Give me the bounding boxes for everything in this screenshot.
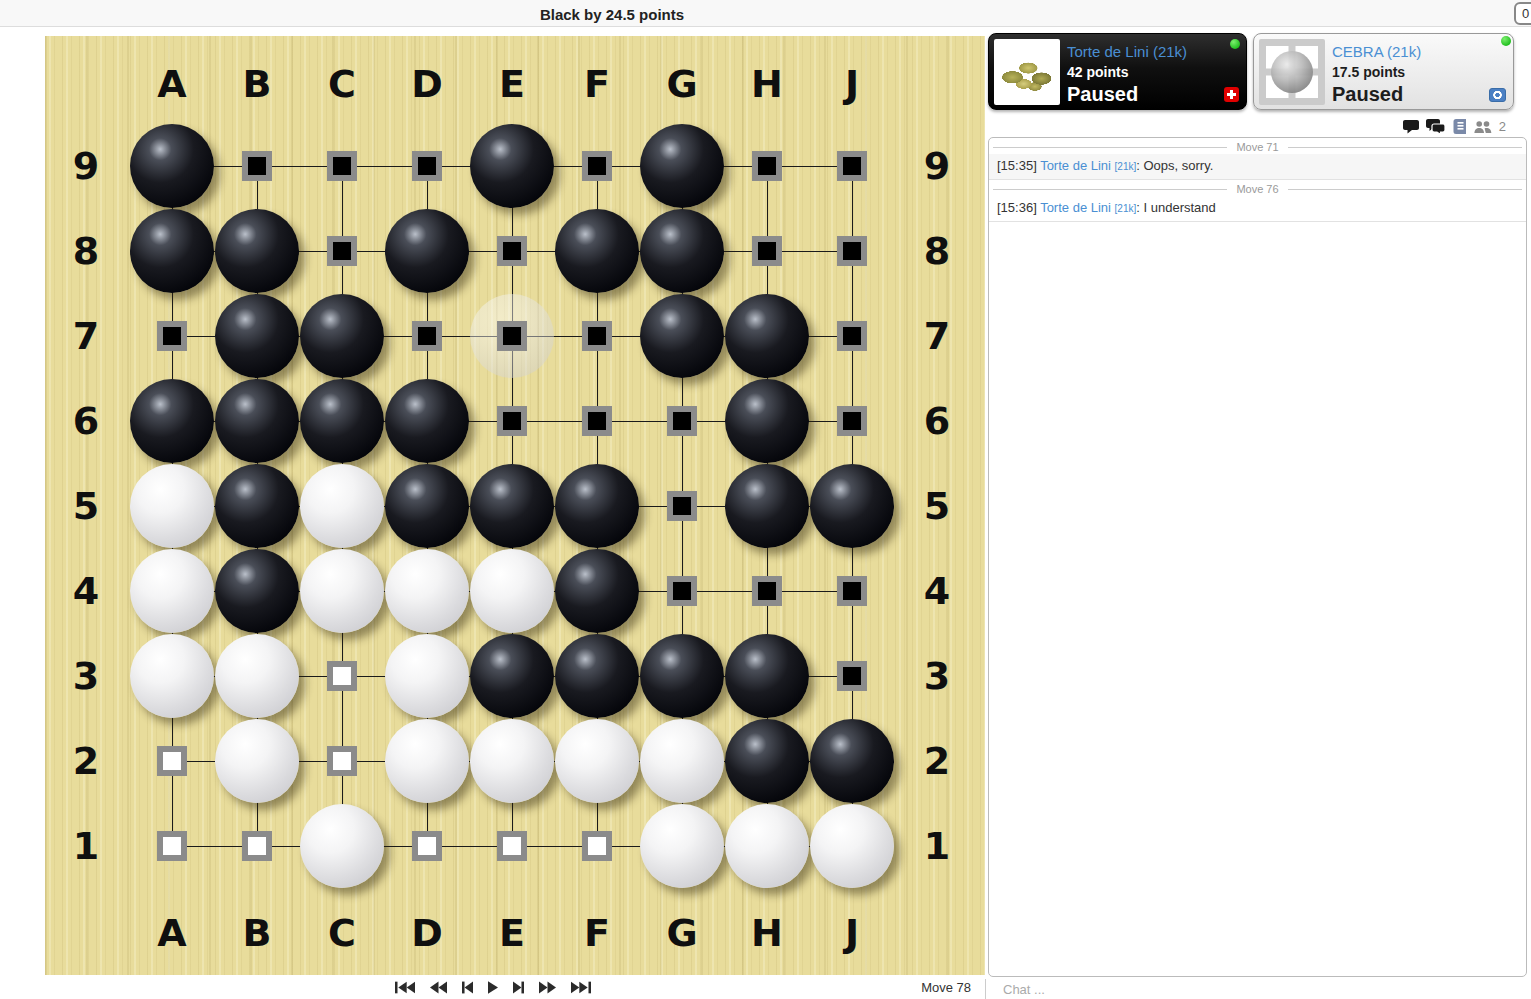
coord-label-bottom: C	[328, 911, 356, 955]
black-stone-G7	[640, 294, 724, 378]
black-territory-J6	[837, 406, 867, 436]
coord-label-top: E	[499, 62, 525, 106]
nav-prev-move-button[interactable]	[462, 981, 473, 994]
black-stone-D8	[385, 209, 469, 293]
go-stone-icon	[1271, 51, 1313, 93]
black-stone-D6	[385, 379, 469, 463]
coord-label-right: 5	[924, 484, 950, 528]
coord-label-bottom: H	[751, 911, 783, 955]
coord-label-left: 7	[73, 314, 99, 358]
right-panel: Torte de Lini (21k) 42 points Paused CEB…	[985, 28, 1531, 999]
un-flag-icon	[1489, 88, 1506, 102]
black-territory-B9	[242, 151, 272, 181]
coord-label-left: 3	[73, 654, 99, 698]
white-territory-A2	[157, 746, 187, 776]
black-stone-A9	[130, 124, 214, 208]
black-territory-F7	[582, 321, 612, 351]
malkovich-chat-icon[interactable]	[1426, 119, 1445, 134]
black-stone-B7	[215, 294, 299, 378]
coord-label-right: 6	[924, 399, 950, 443]
white-stone-D2	[385, 719, 469, 803]
coord-label-left: 4	[73, 569, 99, 613]
white-territory-C2	[327, 746, 357, 776]
black-territory-H9	[752, 151, 782, 181]
black-stone-F5	[555, 464, 639, 548]
chat-message: [15:36] Torte de Lini [21k]: I understan…	[989, 196, 1526, 222]
coord-label-bottom: A	[157, 911, 186, 955]
white-stone-J1	[810, 804, 894, 888]
black-stone-D5	[385, 464, 469, 548]
game-log-icon[interactable]	[1452, 119, 1467, 134]
black-player-card[interactable]: Torte de Lini (21k) 42 points Paused	[988, 33, 1247, 110]
coord-label-right: 9	[924, 144, 950, 188]
white-stone-A3	[130, 634, 214, 718]
black-stone-J2	[810, 719, 894, 803]
white-player-points: 17.5 points	[1332, 64, 1405, 80]
game-result-title: Black by 24.5 points	[540, 6, 684, 23]
coord-label-bottom: D	[411, 911, 443, 955]
white-stone-E4	[470, 549, 554, 633]
black-stone-E9	[470, 124, 554, 208]
nav-next-move-button[interactable]	[513, 981, 524, 994]
black-territory-J8	[837, 236, 867, 266]
white-stone-G2	[640, 719, 724, 803]
black-stone-C7	[300, 294, 384, 378]
black-territory-E7	[497, 321, 527, 351]
white-stone-G1	[640, 804, 724, 888]
chat-log[interactable]: Move 71[15:35] Torte de Lini [21k]: Oops…	[988, 137, 1527, 977]
black-territory-J7	[837, 321, 867, 351]
coord-label-bottom: F	[584, 911, 610, 955]
white-territory-E1	[497, 831, 527, 861]
black-territory-G4	[667, 576, 697, 606]
black-territory-H4	[752, 576, 782, 606]
white-stone-D3	[385, 634, 469, 718]
black-territory-D7	[412, 321, 442, 351]
nav-back-10-button[interactable]	[430, 981, 447, 994]
white-online-indicator-icon	[1501, 36, 1511, 46]
black-stone-G9	[640, 124, 724, 208]
coord-label-bottom: G	[666, 911, 697, 955]
chat-message-author[interactable]: Torte de Lini	[1040, 200, 1114, 215]
white-stone-A4	[130, 549, 214, 633]
black-territory-A7	[157, 321, 187, 351]
chat-input[interactable]	[985, 979, 1531, 999]
chat-message: [15:35] Torte de Lini [21k]: Oops, sorry…	[989, 154, 1526, 180]
observer-count: 2	[1499, 119, 1506, 134]
black-stone-F4	[555, 549, 639, 633]
nav-last-move-button[interactable]	[571, 981, 591, 994]
move-divider: Move 71	[989, 138, 1526, 154]
black-territory-J3	[837, 661, 867, 691]
nav-play-button[interactable]	[488, 981, 498, 994]
white-territory-A1	[157, 831, 187, 861]
white-territory-C3	[327, 661, 357, 691]
white-stone-F2	[555, 719, 639, 803]
coord-label-right: 8	[924, 229, 950, 273]
black-stone-E3	[470, 634, 554, 718]
black-territory-F9	[582, 151, 612, 181]
black-territory-C9	[327, 151, 357, 181]
black-stone-H5	[725, 464, 809, 548]
black-territory-J4	[837, 576, 867, 606]
coord-label-right: 7	[924, 314, 950, 358]
black-stone-H7	[725, 294, 809, 378]
coord-label-left: 2	[73, 739, 99, 783]
coord-label-right: 2	[924, 739, 950, 783]
current-move-label: Move 78	[921, 980, 971, 995]
coord-label-top: B	[243, 62, 272, 106]
coord-label-right: 1	[924, 824, 950, 868]
black-stone-H2	[725, 719, 809, 803]
coord-label-top: J	[845, 62, 859, 106]
white-stone-H1	[725, 804, 809, 888]
black-stone-F3	[555, 634, 639, 718]
black-territory-G5	[667, 491, 697, 521]
black-player-clock-status: Paused	[1067, 83, 1138, 106]
coord-label-right: 4	[924, 569, 950, 613]
white-stone-C4	[300, 549, 384, 633]
black-stone-F8	[555, 209, 639, 293]
black-player-name[interactable]: Torte de Lini (21k)	[1067, 43, 1187, 60]
black-territory-E8	[497, 236, 527, 266]
coord-label-bottom: E	[499, 911, 525, 955]
coord-label-top: C	[328, 62, 356, 106]
black-territory-C8	[327, 236, 357, 266]
coord-label-right: 3	[924, 654, 950, 698]
top-bar: Black by 24.5 points 0	[0, 0, 1531, 27]
black-stone-J5	[810, 464, 894, 548]
coord-label-left: 8	[73, 229, 99, 273]
white-player-card[interactable]: CEBRA (21k) 17.5 points Paused	[1253, 33, 1514, 110]
black-stone-B4	[215, 549, 299, 633]
white-stone-E2	[470, 719, 554, 803]
game-chat-icon[interactable]	[1403, 119, 1419, 134]
white-player-name[interactable]: CEBRA (21k)	[1332, 43, 1421, 60]
black-stone-H3	[725, 634, 809, 718]
black-stone-G8	[640, 209, 724, 293]
coord-label-left: 9	[73, 144, 99, 188]
coord-label-bottom: B	[243, 911, 272, 955]
black-territory-E6	[497, 406, 527, 436]
chat-message-author[interactable]: Torte de Lini	[1040, 158, 1114, 173]
coord-label-top: H	[751, 62, 783, 106]
black-territory-F6	[582, 406, 612, 436]
black-stone-G3	[640, 634, 724, 718]
white-territory-F1	[582, 831, 612, 861]
black-stone-A6	[130, 379, 214, 463]
white-player-clock-status: Paused	[1332, 83, 1403, 106]
black-territory-J9	[837, 151, 867, 181]
go-board[interactable]: AABBCCDDEEFFGGHHJJ998877665544332211	[45, 36, 985, 975]
coord-label-top: G	[666, 62, 697, 106]
white-territory-B1	[242, 831, 272, 861]
coord-label-top: A	[157, 62, 186, 106]
white-stone-B2	[215, 719, 299, 803]
black-player-avatar[interactable]	[994, 39, 1060, 105]
black-player-points: 42 points	[1067, 64, 1128, 80]
coord-label-left: 5	[73, 484, 99, 528]
move-nav-bar: Move 78	[45, 975, 985, 999]
black-stone-A8	[130, 209, 214, 293]
swiss-flag-icon	[1224, 87, 1239, 102]
coord-label-left: 6	[73, 399, 99, 443]
black-territory-G6	[667, 406, 697, 436]
game-page: Black by 24.5 points 0 AABBCCDDEEFFGGHHJ…	[0, 0, 1531, 999]
black-stone-H6	[725, 379, 809, 463]
black-stone-E5	[470, 464, 554, 548]
black-territory-D9	[412, 151, 442, 181]
black-stone-B6	[215, 379, 299, 463]
white-territory-D1	[412, 831, 442, 861]
move-divider: Move 76	[989, 180, 1526, 196]
notification-count-box[interactable]: 0	[1514, 2, 1531, 25]
white-player-avatar[interactable]	[1259, 39, 1325, 105]
coord-label-top: D	[411, 62, 443, 106]
nav-first-move-button[interactable]	[395, 981, 415, 994]
observers-icon[interactable]	[1474, 120, 1492, 134]
black-territory-H8	[752, 236, 782, 266]
white-stone-B3	[215, 634, 299, 718]
coord-label-top: F	[584, 62, 610, 106]
coord-label-bottom: J	[845, 911, 859, 955]
coord-label-left: 1	[73, 824, 99, 868]
nav-forward-10-button[interactable]	[539, 981, 556, 994]
black-stone-B8	[215, 209, 299, 293]
white-stone-D4	[385, 549, 469, 633]
chat-toolbar: 2	[1403, 119, 1506, 134]
black-online-indicator-icon	[1230, 39, 1240, 49]
white-stone-A5	[130, 464, 214, 548]
white-stone-C1	[300, 804, 384, 888]
black-stone-B5	[215, 464, 299, 548]
black-stone-C6	[300, 379, 384, 463]
white-stone-C5	[300, 464, 384, 548]
